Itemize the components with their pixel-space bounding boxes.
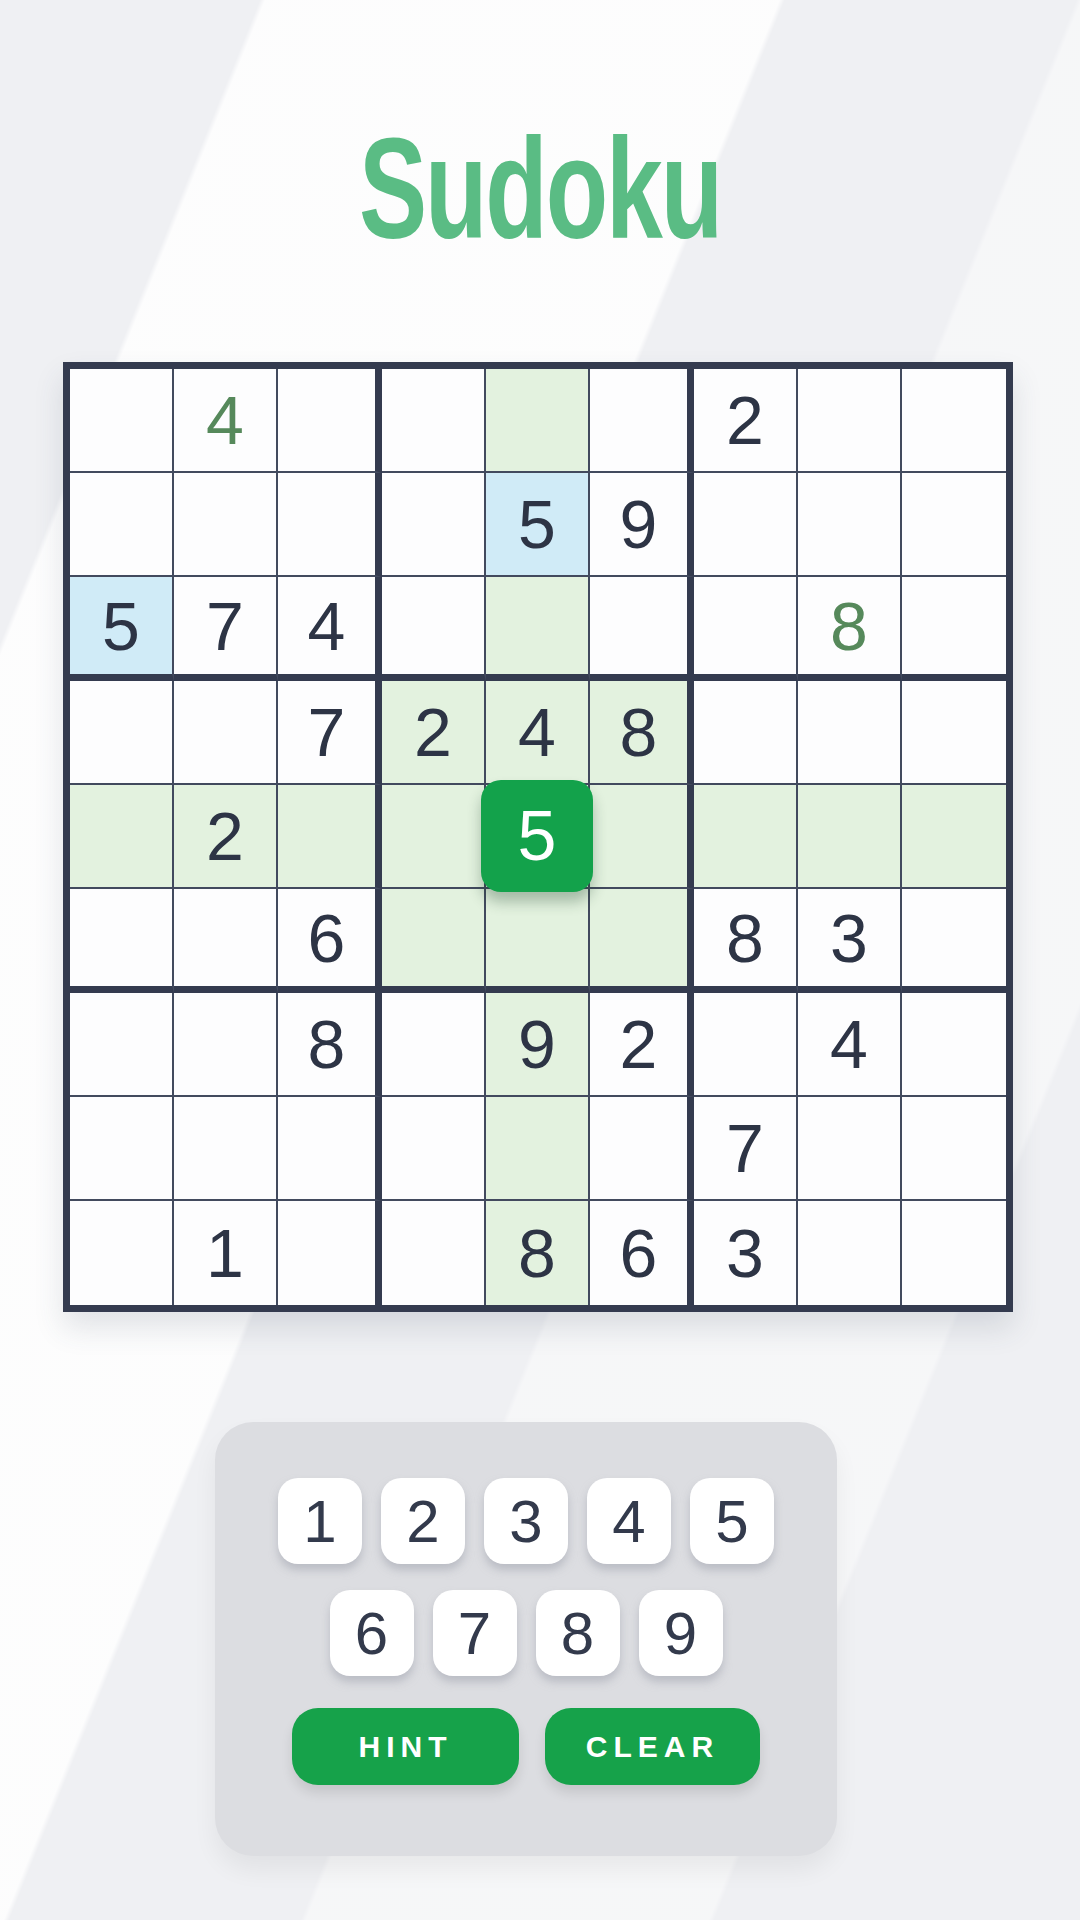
cell-r4c3[interactable]: 7	[278, 681, 382, 785]
cell-r5c6[interactable]	[590, 785, 694, 889]
cell-r8c4[interactable]	[382, 1097, 486, 1201]
cell-r5c9[interactable]	[902, 785, 1006, 889]
cell-r3c6[interactable]	[590, 577, 694, 681]
cell-r2c4[interactable]	[382, 473, 486, 577]
cell-r7c8[interactable]: 4	[798, 993, 902, 1097]
cell-r5c2[interactable]: 2	[174, 785, 278, 889]
cell-r3c3[interactable]: 4	[278, 577, 382, 681]
cell-r9c1[interactable]	[70, 1201, 174, 1305]
cell-r8c9[interactable]	[902, 1097, 1006, 1201]
cell-r9c6[interactable]: 6	[590, 1201, 694, 1305]
cell-r3c9[interactable]	[902, 577, 1006, 681]
cell-r8c5[interactable]	[486, 1097, 590, 1201]
cell-r7c1[interactable]	[70, 993, 174, 1097]
cell-r2c5[interactable]: 5	[486, 473, 590, 577]
cell-r1c8[interactable]	[798, 369, 902, 473]
key-8[interactable]: 8	[536, 1590, 620, 1676]
page-title: Sudoku	[151, 118, 929, 260]
cell-r3c7[interactable]	[694, 577, 798, 681]
clear-button[interactable]: CLEAR	[545, 1708, 760, 1785]
cell-r2c1[interactable]	[70, 473, 174, 577]
cell-r6c3[interactable]: 6	[278, 889, 382, 993]
keypad-row-1: 12345	[278, 1478, 774, 1564]
cell-r3c4[interactable]	[382, 577, 486, 681]
cell-r6c7[interactable]: 8	[694, 889, 798, 993]
cell-r6c4[interactable]	[382, 889, 486, 993]
cell-r2c3[interactable]	[278, 473, 382, 577]
cell-r3c2[interactable]: 7	[174, 577, 278, 681]
cell-r3c1[interactable]: 5	[70, 577, 174, 681]
cell-r2c2[interactable]	[174, 473, 278, 577]
cell-r6c2[interactable]	[174, 889, 278, 993]
cell-r9c9[interactable]	[902, 1201, 1006, 1305]
cell-r8c8[interactable]	[798, 1097, 902, 1201]
cell-r9c7[interactable]: 3	[694, 1201, 798, 1305]
cell-r9c3[interactable]	[278, 1201, 382, 1305]
cell-r5c1[interactable]	[70, 785, 174, 889]
selected-cell-marker: 5	[481, 780, 593, 892]
cell-r5c7[interactable]	[694, 785, 798, 889]
cell-r5c3[interactable]	[278, 785, 382, 889]
cell-r1c7[interactable]: 2	[694, 369, 798, 473]
cell-r6c6[interactable]	[590, 889, 694, 993]
key-2[interactable]: 2	[381, 1478, 465, 1564]
cell-r1c2[interactable]: 4	[174, 369, 278, 473]
cell-r4c6[interactable]: 8	[590, 681, 694, 785]
cell-r1c3[interactable]	[278, 369, 382, 473]
cell-r6c1[interactable]	[70, 889, 174, 993]
key-4[interactable]: 4	[587, 1478, 671, 1564]
keypad-row-2: 6789	[330, 1590, 723, 1676]
cell-r9c2[interactable]: 1	[174, 1201, 278, 1305]
cell-r8c2[interactable]	[174, 1097, 278, 1201]
key-7[interactable]: 7	[433, 1590, 517, 1676]
cell-r5c8[interactable]	[798, 785, 902, 889]
sudoku-grid: 42595748724825683892471863	[63, 362, 1013, 1312]
cell-r4c1[interactable]	[70, 681, 174, 785]
cell-r3c5[interactable]	[486, 577, 590, 681]
cell-r8c1[interactable]	[70, 1097, 174, 1201]
key-3[interactable]: 3	[484, 1478, 568, 1564]
hint-button[interactable]: HINT	[292, 1708, 519, 1785]
cell-r9c4[interactable]	[382, 1201, 486, 1305]
cell-r7c7[interactable]	[694, 993, 798, 1097]
keypad-action-row: HINT CLEAR	[292, 1708, 760, 1785]
cell-r1c4[interactable]	[382, 369, 486, 473]
cell-r7c4[interactable]	[382, 993, 486, 1097]
cell-r7c3[interactable]: 8	[278, 993, 382, 1097]
cell-r1c5[interactable]	[486, 369, 590, 473]
cell-r5c5[interactable]: 5	[486, 785, 590, 889]
cell-r8c3[interactable]	[278, 1097, 382, 1201]
cell-r8c7[interactable]: 7	[694, 1097, 798, 1201]
cell-r7c9[interactable]	[902, 993, 1006, 1097]
cell-r4c7[interactable]	[694, 681, 798, 785]
cell-r5c4[interactable]	[382, 785, 486, 889]
cell-r1c6[interactable]	[590, 369, 694, 473]
key-6[interactable]: 6	[330, 1590, 414, 1676]
cell-r7c5[interactable]: 9	[486, 993, 590, 1097]
cell-r7c6[interactable]: 2	[590, 993, 694, 1097]
keypad-panel: 12345 6789 HINT CLEAR	[215, 1422, 837, 1856]
cell-r9c5[interactable]: 8	[486, 1201, 590, 1305]
cell-r1c9[interactable]	[902, 369, 1006, 473]
cell-r8c6[interactable]	[590, 1097, 694, 1201]
cell-r4c4[interactable]: 2	[382, 681, 486, 785]
key-5[interactable]: 5	[690, 1478, 774, 1564]
cell-r4c9[interactable]	[902, 681, 1006, 785]
cell-r3c8[interactable]: 8	[798, 577, 902, 681]
cell-r2c8[interactable]	[798, 473, 902, 577]
cell-r7c2[interactable]	[174, 993, 278, 1097]
cell-r1c1[interactable]	[70, 369, 174, 473]
cell-r9c8[interactable]	[798, 1201, 902, 1305]
cell-r6c9[interactable]	[902, 889, 1006, 993]
key-1[interactable]: 1	[278, 1478, 362, 1564]
cell-r2c7[interactable]	[694, 473, 798, 577]
cell-r4c5[interactable]: 4	[486, 681, 590, 785]
cell-r4c2[interactable]	[174, 681, 278, 785]
cell-r2c6[interactable]: 9	[590, 473, 694, 577]
cell-r6c5[interactable]	[486, 889, 590, 993]
cell-r4c8[interactable]	[798, 681, 902, 785]
cell-r6c8[interactable]: 3	[798, 889, 902, 993]
cell-r2c9[interactable]	[902, 473, 1006, 577]
key-9[interactable]: 9	[639, 1590, 723, 1676]
